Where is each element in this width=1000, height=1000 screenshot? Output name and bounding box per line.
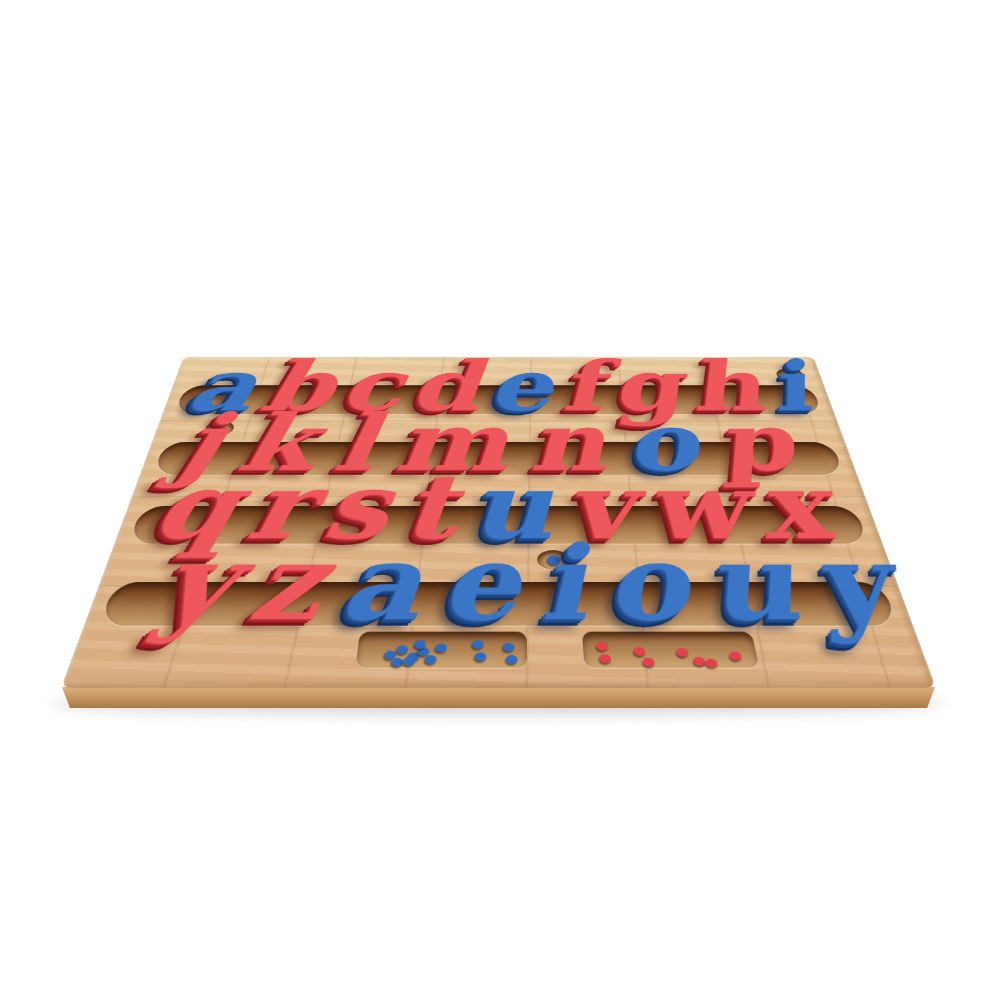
dot-piece-blue[interactable] [425,655,437,664]
letter-piece-a-blue[interactable]: a [336,533,425,636]
letter-row-4: yzaeiouy [147,533,903,636]
dot-piece-red[interactable] [729,652,743,661]
letter-piece-o-blue[interactable]: o [600,533,694,636]
alphabet-board: abcdefghi jklmnop qrstuvwx yzaeiouy [61,357,936,688]
dot-piece-blue[interactable] [475,652,487,661]
dot-piece-red[interactable] [599,654,612,663]
dot-piece-blue[interactable] [403,657,415,666]
dot-piece-red[interactable] [693,657,706,666]
board-side-edge [62,687,935,708]
letter-piece-y-blue[interactable]: y [800,533,904,636]
letter-piece-e-blue[interactable]: e [439,533,519,636]
movable-alphabet-scene: abcdefghi jklmnop qrstuvwx yzaeiouy [0,0,1000,1000]
dot-piece-red[interactable] [705,659,718,668]
dot-piece-red[interactable] [642,658,655,667]
dot-piece-blue[interactable] [396,645,408,654]
dot-piece-red[interactable] [676,648,689,657]
dot-piece-blue[interactable] [506,655,518,664]
dot-piece-red[interactable] [633,647,646,656]
dot-piece-red[interactable] [596,642,608,651]
dot-piece-blue[interactable] [391,658,404,667]
letter-piece-i-blue[interactable]: i [537,533,589,636]
letter-piece-z-red[interactable]: z [242,533,331,636]
letter-piece-u-blue[interactable]: u [697,533,809,636]
